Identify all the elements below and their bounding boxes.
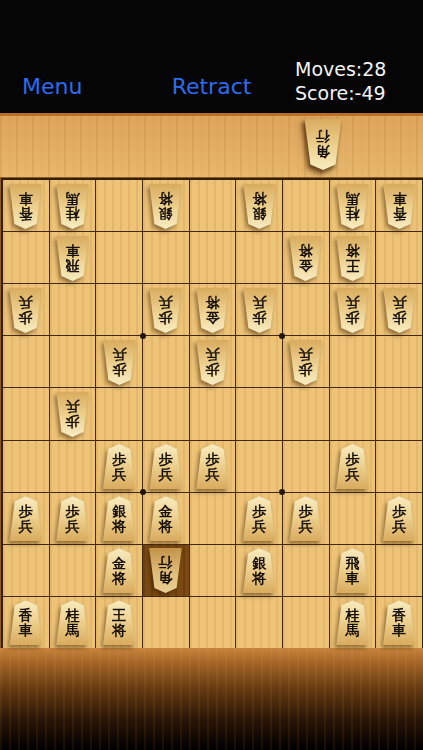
piece-香車-sente[interactable]: 香車 xyxy=(7,600,44,645)
piece-kanji: 将 xyxy=(345,243,359,258)
piece-kanji: 飛 xyxy=(345,556,359,571)
piece-銀将-gote: 銀将 xyxy=(147,184,184,229)
board-cell[interactable]: 金将 xyxy=(283,232,329,283)
board-cell[interactable] xyxy=(96,180,142,231)
board-cell[interactable] xyxy=(143,597,189,648)
piece-kanji: 車 xyxy=(19,623,33,638)
piece-kanji: 歩 xyxy=(159,452,173,467)
board-cell[interactable] xyxy=(190,180,236,231)
board-cell[interactable]: 歩兵 xyxy=(143,441,189,492)
board-cell[interactable] xyxy=(50,441,96,492)
piece-王将-sente[interactable]: 王将 xyxy=(101,600,138,645)
piece-kanji: 銀 xyxy=(159,206,173,221)
board-cell[interactable]: 歩兵 xyxy=(3,284,49,335)
piece-kanji: 兵 xyxy=(252,295,266,310)
piece-桂馬-gote: 桂馬 xyxy=(334,184,371,229)
piece-kanji: 角 xyxy=(316,144,330,159)
piece-kanji: 兵 xyxy=(345,467,359,482)
piece-kanji: 歩 xyxy=(65,504,79,519)
piece-飛車-gote: 飛車 xyxy=(54,236,91,281)
piece-kanji: 金 xyxy=(112,556,126,571)
piece-桂馬-gote: 桂馬 xyxy=(54,184,91,229)
board-cell[interactable]: 歩兵 xyxy=(96,336,142,387)
piece-kanji: 歩 xyxy=(299,362,313,377)
board-cell[interactable] xyxy=(376,545,422,596)
board-cell[interactable] xyxy=(283,597,329,648)
piece-金将-sente[interactable]: 金将 xyxy=(101,548,138,593)
piece-kanji: 行 xyxy=(159,556,173,571)
piece-kanji: 銀 xyxy=(252,206,266,221)
board-cell[interactable] xyxy=(143,336,189,387)
board-cell[interactable]: 歩兵 xyxy=(236,284,282,335)
piece-歩兵-gote: 歩兵 xyxy=(334,288,371,333)
piece-歩兵-gote: 歩兵 xyxy=(54,392,91,437)
game-stats: Moves:28 Score:-49 xyxy=(295,57,413,105)
board-cell[interactable]: 王将 xyxy=(330,232,376,283)
board-cell[interactable] xyxy=(330,388,376,439)
piece-kanji: 兵 xyxy=(159,467,173,482)
board-cell[interactable] xyxy=(283,284,329,335)
board-cell[interactable]: 歩兵 xyxy=(283,336,329,387)
piece-kanji: 兵 xyxy=(345,295,359,310)
piece-kanji: 将 xyxy=(112,571,126,586)
board-cell[interactable]: 銀将 xyxy=(143,180,189,231)
piece-銀将-gote: 銀将 xyxy=(241,184,278,229)
piece-歩兵-sente[interactable]: 歩兵 xyxy=(241,496,278,541)
board-cell[interactable] xyxy=(143,232,189,283)
board-cell[interactable] xyxy=(376,388,422,439)
piece-kanji: 歩 xyxy=(345,452,359,467)
shogi-board: 香車桂馬銀将銀将桂馬香車飛車金将王将歩兵歩兵金将歩兵歩兵歩兵歩兵歩兵歩兵歩兵歩兵… xyxy=(1,178,423,650)
board-cell[interactable] xyxy=(236,441,282,492)
piece-角行-gote: 角行 xyxy=(147,548,184,593)
board-cell[interactable] xyxy=(376,441,422,492)
gote-hand-piece: 角行 xyxy=(301,117,345,171)
piece-kanji: 馬 xyxy=(345,623,359,638)
piece-歩兵-sente[interactable]: 歩兵 xyxy=(101,444,138,489)
board-cell[interactable]: 金将 xyxy=(96,545,142,596)
board-cell[interactable]: 金将 xyxy=(143,493,189,544)
piece-kanji: 桂 xyxy=(345,608,359,623)
board-cell[interactable]: 桂馬 xyxy=(330,597,376,648)
piece-kanji: 歩 xyxy=(19,504,33,519)
piece-kanji: 将 xyxy=(159,519,173,534)
hoshi-dot xyxy=(140,489,146,495)
board-cell[interactable]: 桂馬 xyxy=(50,597,96,648)
piece-kanji: 角 xyxy=(159,571,173,586)
piece-kanji: 将 xyxy=(112,519,126,534)
hoshi-dot xyxy=(279,489,285,495)
score-value: Score:-49 xyxy=(295,81,413,105)
piece-kanji: 馬 xyxy=(65,623,79,638)
piece-kanji: 兵 xyxy=(205,467,219,482)
piece-kanji: 兵 xyxy=(299,347,313,362)
board-cell[interactable] xyxy=(283,545,329,596)
board-cell[interactable]: 香車 xyxy=(376,597,422,648)
piece-kanji: 歩 xyxy=(65,414,79,429)
piece-kanji: 歩 xyxy=(299,504,313,519)
piece-kanji: 将 xyxy=(252,571,266,586)
board-cell[interactable]: 歩兵 xyxy=(330,441,376,492)
piece-kanji: 歩 xyxy=(392,310,406,325)
piece-kanji: 将 xyxy=(299,243,313,258)
board-cell[interactable] xyxy=(236,336,282,387)
piece-kanji: 将 xyxy=(159,191,173,206)
board-cell[interactable] xyxy=(376,336,422,387)
piece-歩兵-sente[interactable]: 歩兵 xyxy=(7,496,44,541)
board-cell[interactable]: 歩兵 xyxy=(330,284,376,335)
board-cell[interactable] xyxy=(190,597,236,648)
piece-kanji: 金 xyxy=(299,258,313,273)
gote-captured-pieces-tray: 角行 xyxy=(0,117,423,177)
board-cell[interactable] xyxy=(283,441,329,492)
piece-kanji: 香 xyxy=(19,206,33,221)
board-cell[interactable]: 歩兵 xyxy=(283,493,329,544)
board-cell[interactable]: 歩兵 xyxy=(376,493,422,544)
piece-歩兵-sente[interactable]: 歩兵 xyxy=(287,496,324,541)
piece-kanji: 銀 xyxy=(112,504,126,519)
piece-kanji: 歩 xyxy=(205,362,219,377)
piece-kanji: 兵 xyxy=(252,519,266,534)
piece-kanji: 車 xyxy=(392,191,406,206)
piece-歩兵-gote: 歩兵 xyxy=(101,340,138,385)
piece-歩兵-gote: 歩兵 xyxy=(7,288,44,333)
piece-kanji: 桂 xyxy=(345,206,359,221)
piece-kanji: 馬 xyxy=(65,191,79,206)
hoshi-dot xyxy=(140,333,146,339)
moves-counter: Moves:28 xyxy=(295,57,413,81)
board-cell[interactable] xyxy=(3,545,49,596)
piece-歩兵-sente[interactable]: 歩兵 xyxy=(194,444,231,489)
piece-kanji: 兵 xyxy=(112,467,126,482)
piece-kanji: 王 xyxy=(112,608,126,623)
piece-kanji: 香 xyxy=(392,608,406,623)
piece-kanji: 馬 xyxy=(345,191,359,206)
piece-kanji: 歩 xyxy=(19,310,33,325)
piece-歩兵-gote: 歩兵 xyxy=(381,288,418,333)
piece-桂馬-sente[interactable]: 桂馬 xyxy=(54,600,91,645)
piece-kanji: 兵 xyxy=(19,519,33,534)
piece-kanji: 桂 xyxy=(65,206,79,221)
piece-kanji: 兵 xyxy=(205,347,219,362)
shogi-app-screen: Menu Retract Moves:28 Score:-49 角行 香車桂馬銀… xyxy=(0,0,423,750)
board-cell[interactable] xyxy=(236,597,282,648)
board-cell[interactable] xyxy=(3,232,49,283)
piece-歩兵-sente[interactable]: 歩兵 xyxy=(381,496,418,541)
board-cell[interactable]: 王将 xyxy=(96,597,142,648)
piece-kanji: 兵 xyxy=(65,399,79,414)
piece-kanji: 歩 xyxy=(252,504,266,519)
board-cell[interactable]: 銀将 xyxy=(236,545,282,596)
navigation-bar: Menu Retract Moves:28 Score:-49 xyxy=(0,0,423,113)
piece-飛車-sente[interactable]: 飛車 xyxy=(334,548,371,593)
board-cell[interactable] xyxy=(96,284,142,335)
board-cell[interactable]: 歩兵 xyxy=(50,388,96,439)
board-cell[interactable] xyxy=(50,336,96,387)
piece-kanji: 歩 xyxy=(112,362,126,377)
piece-kanji: 兵 xyxy=(65,519,79,534)
piece-銀将-sente[interactable]: 銀将 xyxy=(101,496,138,541)
board-cell[interactable]: 歩兵 xyxy=(190,336,236,387)
piece-kanji: 歩 xyxy=(112,452,126,467)
board-cell[interactable]: 飛車 xyxy=(330,545,376,596)
piece-歩兵-sente[interactable]: 歩兵 xyxy=(334,444,371,489)
board-cell[interactable] xyxy=(283,180,329,231)
board-cell[interactable] xyxy=(236,388,282,439)
board-cell[interactable]: 桂馬 xyxy=(330,180,376,231)
board-cell[interactable] xyxy=(283,388,329,439)
board-cell[interactable]: 桂馬 xyxy=(50,180,96,231)
piece-王将-gote: 王将 xyxy=(334,236,371,281)
board-cell[interactable]: 銀将 xyxy=(236,180,282,231)
piece-銀将-sente[interactable]: 銀将 xyxy=(241,548,278,593)
piece-kanji: 将 xyxy=(252,191,266,206)
piece-kanji: 桂 xyxy=(65,608,79,623)
piece-歩兵-gote: 歩兵 xyxy=(147,288,184,333)
piece-角行-gote: 角行 xyxy=(302,119,344,170)
piece-歩兵-sente[interactable]: 歩兵 xyxy=(54,496,91,541)
piece-歩兵-gote: 歩兵 xyxy=(241,288,278,333)
board-cell[interactable] xyxy=(50,284,96,335)
piece-kanji: 歩 xyxy=(205,452,219,467)
board-cell[interactable]: 香車 xyxy=(376,180,422,231)
piece-kanji: 兵 xyxy=(299,519,313,534)
piece-kanji: 兵 xyxy=(19,295,33,310)
piece-歩兵-sente[interactable]: 歩兵 xyxy=(147,444,184,489)
piece-桂馬-sente[interactable]: 桂馬 xyxy=(334,600,371,645)
piece-金将-gote: 金将 xyxy=(194,288,231,333)
piece-香車-gote: 香車 xyxy=(381,184,418,229)
piece-kanji: 歩 xyxy=(392,504,406,519)
board-cell[interactable] xyxy=(3,388,49,439)
board-cell[interactable] xyxy=(330,493,376,544)
piece-kanji: 金 xyxy=(159,504,173,519)
piece-kanji: 飛 xyxy=(65,258,79,273)
hoshi-dot xyxy=(279,333,285,339)
board-cell[interactable] xyxy=(190,493,236,544)
piece-kanji: 兵 xyxy=(112,347,126,362)
board-cell[interactable]: 歩兵 xyxy=(190,441,236,492)
piece-kanji: 香 xyxy=(19,608,33,623)
board-cell[interactable] xyxy=(143,388,189,439)
piece-kanji: 銀 xyxy=(252,556,266,571)
board-cell[interactable]: 歩兵 xyxy=(96,441,142,492)
piece-kanji: 車 xyxy=(65,243,79,258)
piece-kanji: 車 xyxy=(392,623,406,638)
board-cell[interactable] xyxy=(190,232,236,283)
piece-金将-gote: 金将 xyxy=(287,236,324,281)
piece-kanji: 香 xyxy=(392,206,406,221)
board-cell[interactable]: 香車 xyxy=(3,180,49,231)
piece-kanji: 歩 xyxy=(159,310,173,325)
board-cell[interactable]: 金将 xyxy=(190,284,236,335)
board-cell[interactable] xyxy=(190,545,236,596)
piece-kanji: 車 xyxy=(19,191,33,206)
piece-香車-sente[interactable]: 香車 xyxy=(381,600,418,645)
board-cell[interactable] xyxy=(96,232,142,283)
piece-kanji: 歩 xyxy=(345,310,359,325)
board-cell[interactable] xyxy=(96,388,142,439)
piece-香車-gote: 香車 xyxy=(7,184,44,229)
board-cell[interactable]: 歩兵 xyxy=(376,284,422,335)
board-cell[interactable] xyxy=(190,388,236,439)
sente-captured-pieces-tray xyxy=(0,648,423,750)
board-cell[interactable] xyxy=(376,232,422,283)
piece-kanji: 将 xyxy=(112,623,126,638)
piece-kanji: 行 xyxy=(316,129,330,144)
piece-金将-sente[interactable]: 金将 xyxy=(147,496,184,541)
board-cell[interactable]: 飛車 xyxy=(50,232,96,283)
board-cell[interactable] xyxy=(3,336,49,387)
board-cell[interactable] xyxy=(236,232,282,283)
board-cell[interactable]: 香車 xyxy=(3,597,49,648)
board-cell[interactable] xyxy=(3,441,49,492)
piece-kanji: 将 xyxy=(205,295,219,310)
piece-kanji: 兵 xyxy=(159,295,173,310)
piece-kanji: 車 xyxy=(345,571,359,586)
board-cell[interactable] xyxy=(50,545,96,596)
board-cell[interactable]: 歩兵 xyxy=(3,493,49,544)
piece-kanji: 金 xyxy=(205,310,219,325)
piece-kanji: 歩 xyxy=(252,310,266,325)
board-cell[interactable]: 銀将 xyxy=(96,493,142,544)
piece-歩兵-gote: 歩兵 xyxy=(194,340,231,385)
board-cell-highlighted[interactable]: 角行 xyxy=(143,545,189,596)
board-cell[interactable]: 歩兵 xyxy=(50,493,96,544)
piece-kanji: 兵 xyxy=(392,295,406,310)
piece-kanji: 王 xyxy=(345,258,359,273)
board-cell[interactable] xyxy=(330,336,376,387)
board-cell[interactable]: 歩兵 xyxy=(236,493,282,544)
board-cell[interactable]: 歩兵 xyxy=(143,284,189,335)
piece-歩兵-gote: 歩兵 xyxy=(287,340,324,385)
piece-kanji: 兵 xyxy=(392,519,406,534)
